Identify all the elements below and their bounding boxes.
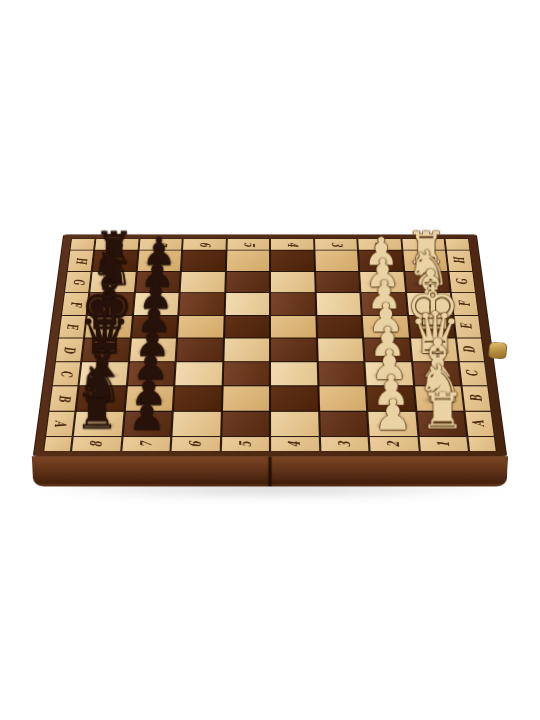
square-e4 bbox=[270, 315, 317, 338]
square-f4 bbox=[270, 293, 316, 315]
rank-label-cell-bottom-7: 7 bbox=[121, 437, 172, 452]
product-photo-scene: 87654321H♜♟♟♜HG♞♟♟♞GF♝♟♟♝FE♚♟♟♚ED♛♟♟♛DC♝… bbox=[0, 0, 540, 720]
rank-label: 3 bbox=[329, 242, 343, 247]
file-label: A bbox=[471, 420, 488, 426]
square-e3 bbox=[316, 315, 363, 338]
square-a2: ♟ bbox=[367, 411, 418, 437]
square-e5 bbox=[224, 315, 271, 338]
piece-white-rook: ♜ bbox=[420, 388, 465, 435]
file-label-cell-left-A: A bbox=[45, 411, 76, 437]
rank-label: 2 bbox=[386, 441, 402, 447]
square-d3 bbox=[317, 338, 365, 362]
rank-label: 4 bbox=[287, 441, 303, 447]
rank-label-cell-bottom-5: 5 bbox=[220, 437, 270, 452]
square-d5 bbox=[223, 338, 270, 362]
square-f3 bbox=[315, 293, 361, 315]
rank-label: 8 bbox=[88, 441, 105, 447]
rank-label-cell-bottom-1: 1 bbox=[418, 437, 469, 452]
square-a8: ♜ bbox=[73, 411, 125, 437]
square-d4 bbox=[270, 338, 317, 362]
square-a3 bbox=[319, 411, 369, 437]
square-f5 bbox=[224, 293, 270, 315]
rank-label-cell-top-3: 3 bbox=[314, 239, 358, 251]
square-c3 bbox=[317, 362, 366, 386]
square-b6 bbox=[173, 386, 222, 411]
file-label-cell-right-B: B bbox=[462, 386, 492, 411]
square-c4 bbox=[270, 362, 318, 386]
rank-label-cell-bottom-4: 4 bbox=[270, 437, 320, 452]
square-g6 bbox=[180, 271, 226, 293]
rank-label: 6 bbox=[197, 242, 211, 247]
file-label: D bbox=[62, 346, 78, 353]
file-label: C bbox=[465, 371, 481, 377]
rank-label: 4 bbox=[285, 242, 299, 247]
rank-label: 1 bbox=[435, 441, 452, 447]
square-g3 bbox=[315, 271, 361, 293]
piece-black-pawn: ♟ bbox=[128, 395, 166, 435]
file-label-cell-right-A: A bbox=[464, 411, 495, 437]
square-a5 bbox=[221, 411, 270, 437]
rank-label: 5 bbox=[237, 441, 253, 447]
square-h3 bbox=[314, 250, 359, 271]
file-label: B bbox=[468, 395, 484, 402]
square-a4 bbox=[270, 411, 319, 437]
rank-label: 7 bbox=[138, 441, 154, 447]
rank-label: 3 bbox=[336, 441, 352, 447]
square-g4 bbox=[270, 271, 315, 293]
board-grid: 87654321H♜♟♟♜HG♞♟♟♞GF♝♟♟♝FE♚♟♟♚ED♛♟♟♛DC♝… bbox=[43, 239, 497, 452]
rank-label-cell-bottom-6: 6 bbox=[170, 437, 220, 452]
square-c6 bbox=[174, 362, 223, 386]
rank-label-cell-top-4: 4 bbox=[270, 239, 314, 251]
file-label: D bbox=[462, 346, 478, 353]
square-a7: ♟ bbox=[122, 411, 173, 437]
floor-shadow bbox=[33, 478, 507, 500]
square-a6 bbox=[171, 411, 221, 437]
square-a1: ♜ bbox=[416, 411, 468, 437]
rank-label: 5 bbox=[241, 242, 255, 247]
rank-label-cell-bottom-8: 8 bbox=[71, 437, 122, 452]
square-d6 bbox=[176, 338, 224, 362]
piece-white-pawn: ♟ bbox=[374, 395, 412, 435]
square-b4 bbox=[270, 386, 319, 411]
square-h5 bbox=[225, 250, 270, 271]
rank-label-cell-bottom-2: 2 bbox=[369, 437, 420, 452]
piece-black-rook: ♜ bbox=[75, 388, 120, 435]
border-corner-cell bbox=[43, 437, 73, 452]
square-f6 bbox=[178, 293, 224, 315]
border-corner-cell bbox=[467, 437, 497, 452]
rank-label-cell-bottom-3: 3 bbox=[319, 437, 369, 452]
file-label: A bbox=[52, 420, 69, 426]
square-g5 bbox=[225, 271, 270, 293]
square-h4 bbox=[270, 250, 315, 271]
square-b5 bbox=[221, 386, 270, 411]
square-c5 bbox=[222, 362, 270, 386]
file-label: H bbox=[452, 257, 467, 263]
file-label: C bbox=[59, 371, 75, 377]
rank-label-cell-top-5: 5 bbox=[226, 239, 270, 251]
file-label: E bbox=[460, 324, 476, 330]
rank-label: 6 bbox=[188, 441, 204, 447]
square-e6 bbox=[177, 315, 224, 338]
rank-label-cell-top-6: 6 bbox=[182, 239, 226, 251]
chess-board-3d: 87654321H♜♟♟♜HG♞♟♟♞GF♝♟♟♝FE♚♟♟♚ED♛♟♟♛DC♝… bbox=[34, 235, 506, 456]
square-b3 bbox=[318, 386, 367, 411]
file-label: B bbox=[55, 395, 71, 402]
chess-board: 87654321H♜♟♟♜HG♞♟♟♞GF♝♟♟♝FE♚♟♟♚ED♛♟♟♛DC♝… bbox=[34, 235, 506, 456]
square-h6 bbox=[181, 250, 226, 271]
